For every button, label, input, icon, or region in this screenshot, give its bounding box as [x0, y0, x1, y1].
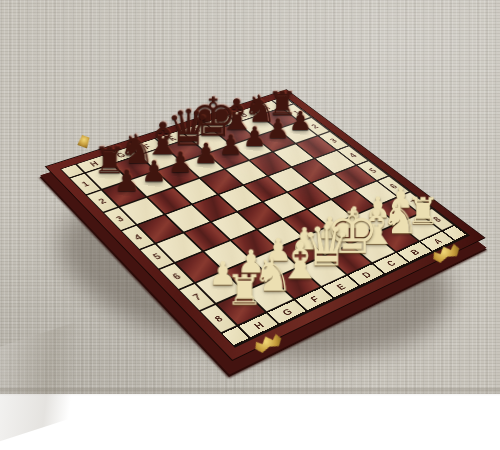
board-frame: HGFEDCBA1♜♞♝♛♚♝♞♜12♟♟♟♟♟♟♟♟2334455667♟♟♟…: [45, 89, 486, 361]
chess-board: HGFEDCBA1♜♞♝♛♚♝♞♜12♟♟♟♟♟♟♟♟2334455667♟♟♟…: [45, 89, 486, 361]
piece-white-rook-h8: ♜: [189, 270, 301, 312]
product-photo: HGFEDCBA1♜♞♝♛♚♝♞♜12♟♟♟♟♟♟♟♟2334455667♟♟♟…: [0, 0, 500, 450]
scene: HGFEDCBA1♜♞♝♛♚♝♞♜12♟♟♟♟♟♟♟♟2334455667♟♟♟…: [106, 44, 422, 360]
chess-board-grid: HGFEDCBA1♜♞♝♛♚♝♞♜12♟♟♟♟♟♟♟♟2334455667♟♟♟…: [61, 97, 468, 347]
fabric-edge: [0, 388, 500, 396]
